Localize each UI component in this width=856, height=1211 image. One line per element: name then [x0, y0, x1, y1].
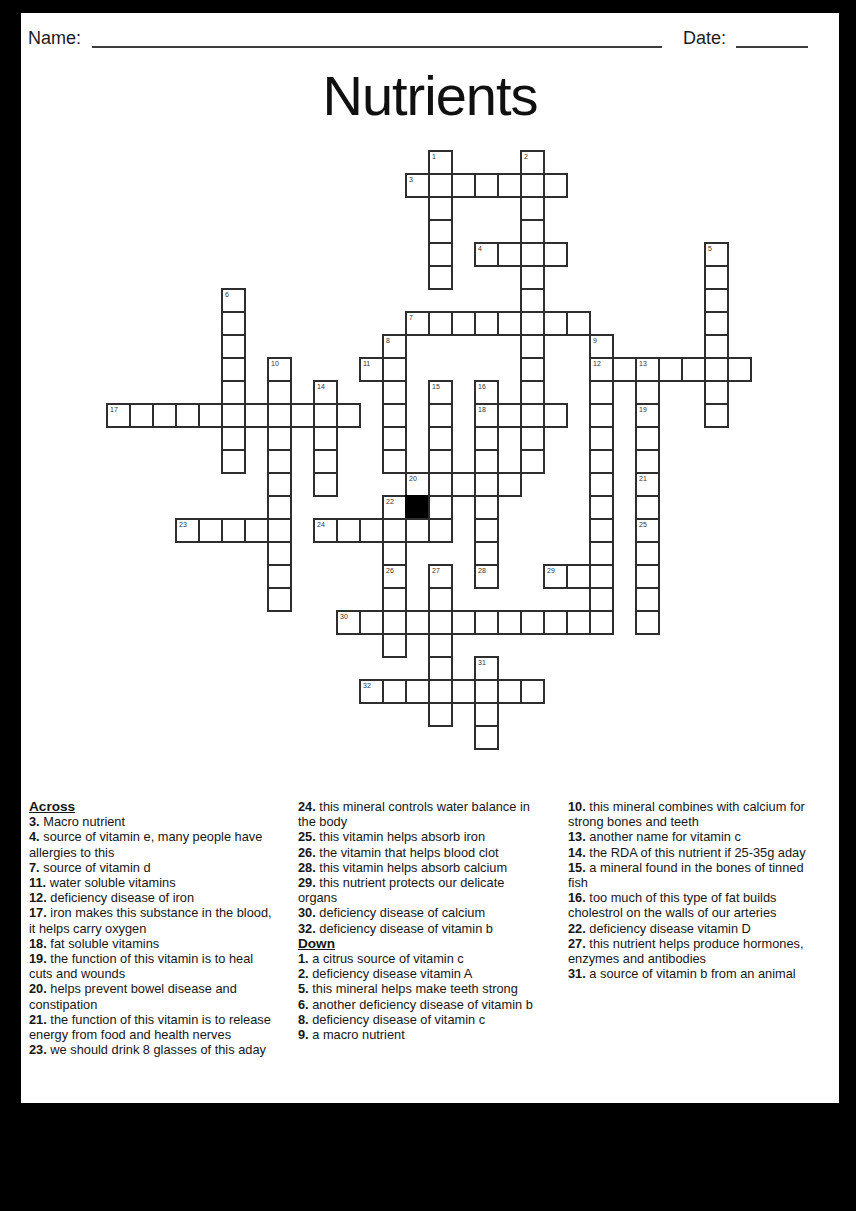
clue-item-number: 32.: [298, 921, 316, 936]
grid-cell[interactable]: [359, 610, 384, 635]
clue-item: 17. iron makes this substance in the blo…: [29, 905, 273, 935]
across-header: Across: [29, 799, 273, 814]
clue-item-number: 28.: [298, 860, 316, 875]
clue-number: 31: [478, 659, 486, 666]
grid-cell[interactable]: [221, 518, 246, 543]
clue-number: 30: [340, 613, 348, 620]
grid-cell[interactable]: [221, 357, 246, 382]
clue-item-number: 2.: [298, 966, 309, 981]
grid-cell[interactable]: [497, 173, 522, 198]
clue-item: 3. Macro nutrient: [29, 814, 273, 829]
clue-item-text: deficiency disease of iron: [50, 890, 194, 905]
grid-cell[interactable]: 14: [313, 380, 338, 405]
grid-cell[interactable]: [589, 380, 614, 405]
grid-cell[interactable]: [566, 311, 591, 336]
clue-number: 13: [639, 360, 647, 367]
clue-item-text: deficiency disease of vitamin b: [319, 921, 493, 936]
grid-cell[interactable]: [497, 472, 522, 497]
clue-item-number: 23.: [29, 1042, 47, 1057]
grid-cell[interactable]: [635, 380, 660, 405]
clue-item: 20. helps prevent bowel disease and cons…: [29, 981, 273, 1011]
grid-cell[interactable]: 25: [635, 518, 660, 543]
grid-cell[interactable]: [451, 311, 476, 336]
grid-cell[interactable]: 22: [382, 495, 407, 520]
clue-item-text: source of vitamin d: [43, 860, 150, 875]
grid-cell[interactable]: [405, 679, 430, 704]
clue-number: 5: [708, 245, 712, 252]
clue-item-number: 4.: [29, 829, 40, 844]
grid-cell[interactable]: [267, 403, 292, 428]
clue-item-number: 8.: [298, 1012, 309, 1027]
clue-item: 7. source of vitamin d: [29, 860, 273, 875]
clue-number: 17: [110, 406, 118, 413]
clue-item-number: 30.: [298, 905, 316, 920]
clue-item-number: 31.: [568, 966, 586, 981]
grid-cell[interactable]: [451, 472, 476, 497]
grid-cell[interactable]: [704, 311, 729, 336]
clue-item-number: 24.: [298, 799, 316, 814]
clue-item-number: 1.: [298, 951, 309, 966]
clue-number: 25: [639, 521, 647, 528]
grid-cell[interactable]: [497, 403, 522, 428]
grid-cell[interactable]: [520, 265, 545, 290]
grid-cell[interactable]: [635, 541, 660, 566]
clue-item: 28. this vitamin helps absorb calcium: [298, 860, 546, 875]
grid-cell[interactable]: 1: [428, 150, 453, 175]
grid-cell[interactable]: [428, 403, 453, 428]
grid-cell[interactable]: [589, 495, 614, 520]
grid-cell[interactable]: [267, 564, 292, 589]
grid-cell[interactable]: [474, 610, 499, 635]
grid-cell[interactable]: [635, 495, 660, 520]
grid-cell[interactable]: [428, 426, 453, 451]
name-field-line[interactable]: [92, 46, 662, 48]
clue-item: 18. fat soluble vitamins: [29, 936, 273, 951]
clue-item-number: 15.: [568, 860, 586, 875]
clue-number: 28: [478, 567, 486, 574]
clue-item-text: Macro nutrient: [43, 814, 125, 829]
grid-cell[interactable]: [543, 242, 568, 267]
clue-number: 19: [639, 406, 647, 413]
grid-cell[interactable]: [428, 265, 453, 290]
clue-item-number: 13.: [568, 829, 586, 844]
clue-item: 5. this mineral helps make teeth strong: [298, 981, 546, 996]
grid-cell[interactable]: [520, 311, 545, 336]
clue-item: 2. deficiency disease vitamin A: [298, 966, 546, 981]
clue-item-number: 11.: [29, 875, 46, 890]
grid-cell[interactable]: [474, 541, 499, 566]
clue-item-text: iron makes this substance in the blood, …: [29, 905, 272, 935]
grid-cell[interactable]: [428, 656, 453, 681]
grid-cell[interactable]: [520, 219, 545, 244]
grid-cell[interactable]: [520, 380, 545, 405]
grid-cell[interactable]: [382, 357, 407, 382]
grid-cell[interactable]: [543, 403, 568, 428]
grid-cell[interactable]: 18: [474, 403, 499, 428]
grid-cell[interactable]: [428, 449, 453, 474]
clue-item: 15. a mineral found in the bones of tinn…: [568, 860, 820, 890]
grid-cell[interactable]: 10: [267, 357, 292, 382]
grid-cell[interactable]: [589, 403, 614, 428]
clue-item: 13. another name for vitamin c: [568, 829, 820, 844]
grid-cell[interactable]: [451, 679, 476, 704]
grid-cell[interactable]: [336, 403, 361, 428]
grid-cell[interactable]: [520, 610, 545, 635]
grid-cell[interactable]: [520, 357, 545, 382]
grid-cell[interactable]: [520, 403, 545, 428]
clue-number: 7: [409, 314, 413, 321]
grid-cell[interactable]: 31: [474, 656, 499, 681]
screenshot-root: { "page": { "name_label": "Name:", "date…: [0, 0, 856, 1211]
clue-number: 6: [225, 291, 229, 298]
grid-cell[interactable]: [428, 587, 453, 612]
clue-item-text: the RDA of this nutrient if 25-35g aday: [589, 845, 805, 860]
grid-cell[interactable]: [382, 587, 407, 612]
grid-cell[interactable]: [681, 357, 706, 382]
grid-cell[interactable]: [221, 380, 246, 405]
clue-item-text: too much of this type of fat builds chol…: [568, 890, 776, 920]
clue-item: 16. too much of this type of fat builds …: [568, 890, 820, 920]
clue-item-text: the function of this vitamin is to heal …: [29, 951, 253, 981]
clue-item-number: 27.: [568, 936, 586, 951]
clue-item-number: 9.: [298, 1027, 309, 1042]
grid-cell[interactable]: 26: [382, 564, 407, 589]
grid-cell[interactable]: [474, 311, 499, 336]
grid-cell[interactable]: [244, 403, 269, 428]
grid-cell[interactable]: [520, 288, 545, 313]
grid-cell[interactable]: [382, 449, 407, 474]
grid-cell[interactable]: [313, 472, 338, 497]
grid-cell[interactable]: [727, 357, 752, 382]
grid-cell[interactable]: [520, 242, 545, 267]
grid-cell[interactable]: [382, 541, 407, 566]
grid-cell[interactable]: [382, 633, 407, 658]
grid-cell[interactable]: [382, 679, 407, 704]
clue-item: 9. a macro nutrient: [298, 1027, 546, 1042]
grid-cell[interactable]: [221, 311, 246, 336]
clue-item-text: deficiency disease vitamin D: [589, 921, 750, 936]
grid-cell[interactable]: [474, 679, 499, 704]
grid-cell[interactable]: [428, 219, 453, 244]
grid-cell[interactable]: 23: [175, 518, 200, 543]
grid-cell[interactable]: 24: [313, 518, 338, 543]
grid-cell[interactable]: [543, 610, 568, 635]
clue-item-text: deficiency disease vitamin A: [312, 966, 472, 981]
clue-item: 19. the function of this vitamin is to h…: [29, 951, 273, 981]
grid-cell[interactable]: 15: [428, 380, 453, 405]
clue-number: 29: [547, 567, 555, 574]
clue-item-text: a citrus source of vitamin c: [312, 951, 463, 966]
clue-number: 1: [432, 153, 436, 160]
grid-cell[interactable]: [313, 403, 338, 428]
grid-cell[interactable]: [474, 449, 499, 474]
clue-number: 24: [317, 521, 325, 528]
date-field-line[interactable]: [736, 46, 808, 48]
grid-cell[interactable]: [267, 587, 292, 612]
grid-cell[interactable]: 13: [635, 357, 660, 382]
grid-cell[interactable]: [704, 380, 729, 405]
clue-item: 31. a source of vitamin b from an animal: [568, 966, 820, 981]
grid-cell[interactable]: 7: [405, 311, 430, 336]
clue-item-number: 14.: [568, 845, 586, 860]
clue-item-number: 29.: [298, 875, 316, 890]
clue-item-number: 19.: [29, 951, 47, 966]
grid-cell[interactable]: [704, 265, 729, 290]
grid-cell[interactable]: [474, 518, 499, 543]
grid-cell[interactable]: [405, 518, 430, 543]
clue-number: 10: [271, 360, 279, 367]
grid-cell[interactable]: [566, 610, 591, 635]
grid-cell[interactable]: [704, 334, 729, 359]
grid-cell[interactable]: 11: [359, 357, 384, 382]
grid-cell[interactable]: [382, 610, 407, 635]
grid-cell[interactable]: [428, 679, 453, 704]
grid-cell[interactable]: 16: [474, 380, 499, 405]
grid-cell[interactable]: [382, 518, 407, 543]
grid-cell[interactable]: [428, 518, 453, 543]
grid-cell[interactable]: [474, 725, 499, 750]
grid-cell[interactable]: [336, 518, 361, 543]
clue-number: 32: [363, 682, 371, 689]
clue-item-number: 10.: [568, 799, 586, 814]
clue-item: 32. deficiency disease of vitamin b: [298, 921, 546, 936]
grid-cell[interactable]: 8: [382, 334, 407, 359]
clue-column-2: 24. this mineral controls water balance …: [298, 799, 546, 1042]
clue-item-number: 7.: [29, 860, 40, 875]
grid-cell[interactable]: [451, 610, 476, 635]
black-cell: [405, 495, 430, 520]
clue-item: 21. the function of this vitamin is to r…: [29, 1012, 273, 1042]
grid-cell[interactable]: [635, 564, 660, 589]
clue-item-number: 5.: [298, 981, 309, 996]
grid-cell[interactable]: [543, 311, 568, 336]
grid-cell[interactable]: [520, 449, 545, 474]
clue-item: 29. this nutrient protects our delicate …: [298, 875, 546, 905]
grid-cell[interactable]: [428, 495, 453, 520]
clue-number: 11: [363, 360, 370, 367]
grid-cell[interactable]: [474, 472, 499, 497]
clue-item-number: 18.: [29, 936, 47, 951]
grid-cell[interactable]: 19: [635, 403, 660, 428]
grid-cell[interactable]: [267, 518, 292, 543]
grid-cell[interactable]: [474, 426, 499, 451]
clue-number: 15: [432, 383, 440, 390]
grid-cell[interactable]: [313, 426, 338, 451]
grid-cell[interactable]: [221, 334, 246, 359]
clue-item-text: a source of vitamin b from an animal: [589, 966, 795, 981]
grid-cell[interactable]: [405, 610, 430, 635]
grid-cell[interactable]: [520, 334, 545, 359]
clue-number: 26: [386, 567, 394, 574]
grid-cell[interactable]: [428, 610, 453, 635]
clue-item-text: the vitamin that helps blood clot: [319, 845, 498, 860]
grid-cell[interactable]: [428, 633, 453, 658]
grid-cell[interactable]: [267, 541, 292, 566]
clue-column-1: Across3. Macro nutrient4. source of vita…: [29, 799, 273, 1057]
grid-cell[interactable]: [589, 426, 614, 451]
grid-cell[interactable]: [497, 679, 522, 704]
clue-item-text: deficiency disease of vitamin c: [312, 1012, 485, 1027]
clue-item: 12. deficiency disease of iron: [29, 890, 273, 905]
clue-number: 4: [478, 245, 482, 252]
grid-cell[interactable]: [474, 173, 499, 198]
grid-cell[interactable]: [382, 426, 407, 451]
grid-cell[interactable]: 12: [589, 357, 614, 382]
grid-cell[interactable]: [428, 472, 453, 497]
grid-cell[interactable]: [244, 518, 269, 543]
grid-cell[interactable]: [451, 173, 476, 198]
grid-cell[interactable]: 27: [428, 564, 453, 589]
clue-item: 11. water soluble vitamins: [29, 875, 273, 890]
clue-item: 8. deficiency disease of vitamin c: [298, 1012, 546, 1027]
grid-cell[interactable]: [589, 472, 614, 497]
grid-cell[interactable]: [428, 242, 453, 267]
clue-item-text: this mineral controls water balance in t…: [298, 799, 530, 829]
grid-cell[interactable]: [704, 357, 729, 382]
grid-cell[interactable]: [221, 449, 246, 474]
grid-cell[interactable]: [313, 449, 338, 474]
grid-cell[interactable]: [428, 311, 453, 336]
clue-number: 12: [593, 360, 601, 367]
clue-item: 6. another deficiency disease of vitamin…: [298, 997, 546, 1012]
clue-number: 14: [317, 383, 325, 390]
grid-cell[interactable]: 4: [474, 242, 499, 267]
clue-item-number: 17.: [29, 905, 47, 920]
clue-item: 25. this vitamin helps absorb iron: [298, 829, 546, 844]
clue-number: 22: [386, 498, 394, 505]
worksheet-page: Name: Date: Nutrients 123456789101112131…: [21, 13, 839, 1103]
grid-cell[interactable]: [175, 403, 200, 428]
clue-item-text: this nutrient protects our delicate orga…: [298, 875, 504, 905]
clue-item: 24. this mineral controls water balance …: [298, 799, 546, 829]
grid-cell[interactable]: [704, 288, 729, 313]
clue-item: 22. deficiency disease vitamin D: [568, 921, 820, 936]
clue-item: 4. source of vitamin e, many people have…: [29, 829, 273, 859]
grid-cell[interactable]: [198, 518, 223, 543]
grid-cell[interactable]: 30: [336, 610, 361, 635]
clue-number: 3: [409, 176, 413, 183]
grid-cell[interactable]: [267, 495, 292, 520]
crossword-grid: 1234567891011121314151617181920212223242…: [106, 150, 752, 750]
clue-item-text: fat soluble vitamins: [50, 936, 159, 951]
clue-item-text: we should drink 8 glasses of this aday: [50, 1042, 266, 1057]
grid-cell[interactable]: [267, 449, 292, 474]
clue-item-text: this mineral helps make teeth strong: [312, 981, 518, 996]
clue-item-number: 16.: [568, 890, 586, 905]
grid-cell[interactable]: 17: [106, 403, 131, 428]
grid-cell[interactable]: 5: [704, 242, 729, 267]
clue-item-text: this nutrient helps produce hormones, en…: [568, 936, 803, 966]
clue-item-text: helps prevent bowel disease and constipa…: [29, 981, 237, 1011]
grid-cell[interactable]: [589, 541, 614, 566]
clue-item-text: another deficiency disease of vitamin b: [312, 997, 533, 1012]
clue-item-number: 20.: [29, 981, 47, 996]
grid-cell[interactable]: [267, 426, 292, 451]
grid-cell[interactable]: [359, 518, 384, 543]
grid-cell[interactable]: [221, 403, 246, 428]
clue-number: 2: [524, 153, 528, 160]
clue-number: 8: [386, 337, 390, 344]
grid-cell[interactable]: [198, 403, 223, 428]
grid-cell[interactable]: [635, 610, 660, 635]
clue-item: 10. this mineral combines with calcium f…: [568, 799, 820, 829]
grid-cell[interactable]: [497, 242, 522, 267]
grid-cell[interactable]: 2: [520, 150, 545, 175]
grid-cell[interactable]: [382, 380, 407, 405]
grid-cell[interactable]: [428, 173, 453, 198]
grid-cell[interactable]: [589, 449, 614, 474]
clue-item-text: the function of this vitamin is to relea…: [29, 1012, 271, 1042]
grid-cell[interactable]: [543, 173, 568, 198]
clue-item: 23. we should drink 8 glasses of this ad…: [29, 1042, 273, 1057]
grid-cell[interactable]: 3: [405, 173, 430, 198]
grid-cell[interactable]: [520, 679, 545, 704]
clue-item-number: 6.: [298, 997, 309, 1012]
grid-cell[interactable]: 29: [543, 564, 568, 589]
grid-cell[interactable]: [589, 564, 614, 589]
clue-item-number: 22.: [568, 921, 586, 936]
grid-cell[interactable]: [658, 357, 683, 382]
clue-item-text: a mineral found in the bones of tinned f…: [568, 860, 804, 890]
grid-cell[interactable]: [497, 610, 522, 635]
grid-cell[interactable]: [635, 449, 660, 474]
grid-cell[interactable]: [474, 702, 499, 727]
clue-item-text: a macro nutrient: [312, 1027, 404, 1042]
grid-cell[interactable]: [290, 403, 315, 428]
grid-cell[interactable]: [635, 426, 660, 451]
grid-cell[interactable]: [520, 426, 545, 451]
grid-cell[interactable]: [267, 472, 292, 497]
clue-item: 30. deficiency disease of calcium: [298, 905, 546, 920]
grid-cell[interactable]: 20: [405, 472, 430, 497]
grid-cell[interactable]: [129, 403, 154, 428]
name-label: Name:: [28, 28, 81, 49]
grid-cell[interactable]: [612, 357, 637, 382]
down-header: Down: [298, 936, 546, 951]
grid-cell[interactable]: [428, 196, 453, 221]
clue-item-text: source of vitamin e, many people have al…: [29, 829, 262, 859]
grid-cell[interactable]: [497, 311, 522, 336]
clue-number: 27: [432, 567, 440, 574]
grid-cell[interactable]: [474, 495, 499, 520]
grid-cell[interactable]: 6: [221, 288, 246, 313]
grid-cell[interactable]: [152, 403, 177, 428]
grid-cell[interactable]: 21: [635, 472, 660, 497]
grid-cell[interactable]: [589, 610, 614, 635]
grid-cell[interactable]: [566, 564, 591, 589]
grid-cell[interactable]: [635, 587, 660, 612]
clue-number: 23: [179, 521, 187, 528]
grid-cell[interactable]: [382, 403, 407, 428]
date-label: Date:: [683, 28, 726, 49]
grid-cell[interactable]: [520, 196, 545, 221]
grid-cell[interactable]: 28: [474, 564, 499, 589]
clue-item: 27. this nutrient helps produce hormones…: [568, 936, 820, 966]
grid-cell[interactable]: 32: [359, 679, 384, 704]
clue-item-number: 26.: [298, 845, 316, 860]
grid-cell[interactable]: [221, 426, 246, 451]
grid-cell[interactable]: [589, 587, 614, 612]
grid-cell[interactable]: [589, 518, 614, 543]
grid-cell[interactable]: 9: [589, 334, 614, 359]
puzzle-title: Nutrients: [21, 63, 839, 128]
clue-number: 9: [593, 337, 597, 344]
grid-cell[interactable]: [428, 702, 453, 727]
grid-cell[interactable]: [267, 380, 292, 405]
grid-cell[interactable]: [520, 173, 545, 198]
clue-item: 1. a citrus source of vitamin c: [298, 951, 546, 966]
grid-cell[interactable]: [704, 403, 729, 428]
